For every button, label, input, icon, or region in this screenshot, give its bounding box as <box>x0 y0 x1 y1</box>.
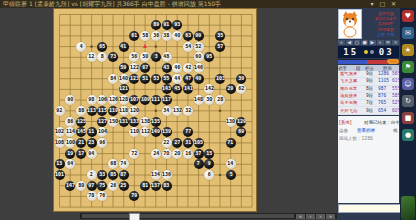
friends-icon[interactable]: ☺ <box>402 78 414 90</box>
replay-tool-2[interactable]: ○ <box>354 40 361 45</box>
white-stone-150: 150 <box>108 117 118 127</box>
white-stone-32: 32 <box>183 106 193 116</box>
black-stone-15: 15 <box>204 149 214 159</box>
white-stone-34: 34 <box>162 106 172 116</box>
black-stone-143: 143 <box>162 84 172 94</box>
white-stone-138: 138 <box>140 117 150 127</box>
slider-nav-0[interactable]: « <box>296 214 305 219</box>
player-row[interactable]: 紫气东来 9段 1286 56% <box>338 71 399 78</box>
player-name: 天外飞仙 <box>340 109 352 112</box>
black-stone-113: 113 <box>87 106 97 116</box>
black-stone-23: 23 <box>87 138 97 148</box>
black-stone-37: 37 <box>194 149 204 159</box>
chat-input[interactable] <box>338 204 408 213</box>
black-stone-103: 103 <box>215 74 225 84</box>
game-panel: 对局信息贴3又3/4子共366手白中盘胜上局 下局 «◀○●▶»≡× 15 <box>337 8 400 220</box>
black-stone-11: 11 <box>87 127 97 137</box>
record-icon[interactable]: ● <box>402 129 414 141</box>
slider-nav-3[interactable]: » <box>326 214 335 219</box>
player-rank: 7段 <box>366 102 372 105</box>
black-stone-131: 131 <box>119 117 129 127</box>
black-stone-85: 85 <box>108 170 118 180</box>
white-stone-70: 70 <box>162 149 172 159</box>
black-stone-31: 31 <box>183 138 193 148</box>
black-stone-47: 47 <box>183 74 193 84</box>
white-stone-12: 12 <box>87 52 97 62</box>
go-board[interactable]: 8991936158363840639935465415452571287356… <box>53 8 257 212</box>
black-stone-83: 83 <box>162 181 172 191</box>
black-stone-71: 71 <box>226 138 236 148</box>
star-icon[interactable]: ★ <box>402 44 414 56</box>
more-button[interactable]: ··· <box>387 59 399 64</box>
white-stone-2: 2 <box>87 170 97 180</box>
chat-line: [系统] 对局已结束：白中盘胜 <box>339 117 398 125</box>
black-player-avatar[interactable] <box>338 9 362 39</box>
black-capture-dot <box>364 50 368 54</box>
clock-panel: 15 03 <box>338 46 399 58</box>
white-stone-88: 88 <box>76 106 86 116</box>
player-rank: 8段 <box>366 87 372 90</box>
player-name: 落子无悔 <box>340 102 352 105</box>
black-stone-75: 75 <box>97 181 107 191</box>
stop-icon[interactable]: ■ <box>402 112 414 124</box>
white-winrate-segment <box>367 60 387 64</box>
black-stone-101: 101 <box>55 170 65 180</box>
chat-line: 点击 查看棋谱 或 进入复盘 <box>339 125 398 133</box>
player-rank: 9段 <box>366 80 372 83</box>
black-winrate-segment <box>338 60 367 64</box>
black-stone-63: 63 <box>183 31 193 41</box>
kifu-slider[interactable]: «‹›» <box>80 213 337 219</box>
white-stone-44: 44 <box>172 74 182 84</box>
white-stone-54: 54 <box>183 42 193 52</box>
chat-line: 观战人数：1286 <box>339 133 398 141</box>
player-rank: 9段 <box>366 73 372 76</box>
white-stone-16: 16 <box>183 149 193 159</box>
white-stone-60: 60 <box>194 52 204 62</box>
white-stone-58: 58 <box>140 31 150 41</box>
white-stone-108: 108 <box>55 138 65 148</box>
black-stone-51: 51 <box>140 74 150 84</box>
win-rate-bar: ··· <box>338 59 399 64</box>
white-stone-94: 94 <box>87 149 97 159</box>
replay-tool-4[interactable]: ▶ <box>369 40 376 45</box>
black-stone-127: 127 <box>97 117 107 127</box>
black-stone-65: 65 <box>97 42 107 52</box>
black-stone-35: 35 <box>215 31 225 41</box>
player-row[interactable]: 黑白无常 8段 987 55% <box>338 86 399 93</box>
white-stone-132: 132 <box>172 106 182 116</box>
white-stone-36: 36 <box>151 31 161 41</box>
player-name: 紫气东来 <box>340 73 352 76</box>
player-row[interactable]: 落子无悔 7段 765 52% <box>338 100 399 107</box>
black-clock: 15 <box>338 47 364 57</box>
black-stone-59: 59 <box>119 63 129 73</box>
player-row[interactable]: 飞天之翼 9段 1105 61% <box>338 78 399 85</box>
black-stone-105: 105 <box>194 138 204 148</box>
slider-track[interactable] <box>82 214 294 218</box>
white-stone-134: 134 <box>151 170 161 180</box>
white-stone-80: 80 <box>76 181 86 191</box>
capture-indicators <box>364 50 374 54</box>
flag-icon[interactable]: ⚑ <box>402 61 414 73</box>
match-info-line: 贴3又3/4子 <box>375 18 396 20</box>
current-move-marker <box>143 44 147 48</box>
slider-handle[interactable] <box>129 213 140 220</box>
player-rate: 60% <box>392 109 399 112</box>
player-name: 飞天之翼 <box>340 80 352 83</box>
black-stone-117: 117 <box>162 95 172 105</box>
slider-nav-2[interactable]: › <box>316 214 325 219</box>
player-score: 1286 <box>378 73 385 76</box>
black-stone-49: 49 <box>194 74 204 84</box>
replay-tool-3[interactable]: ● <box>361 40 368 45</box>
white-stone-22: 22 <box>162 138 172 148</box>
white-stone-24: 24 <box>151 149 161 159</box>
white-stone-38: 38 <box>162 31 172 41</box>
black-stone-13: 13 <box>55 159 65 169</box>
black-stone-7: 7 <box>194 159 204 169</box>
player-row[interactable]: 天外飞仙 9段 654 60% <box>338 107 399 114</box>
replay-tool-0[interactable]: « <box>338 40 345 45</box>
black-stone-21: 21 <box>76 138 86 148</box>
black-stone-97: 97 <box>87 181 97 191</box>
player-rate: 61% <box>392 80 399 83</box>
player-list[interactable]: 棋手段积分胜率 紫气东来 9段 1286 56% 飞天之翼 9段 1105 61… <box>338 65 399 115</box>
player-rate: 52% <box>392 102 399 105</box>
black-stone-99: 99 <box>194 31 204 41</box>
black-stone-137: 137 <box>151 181 161 191</box>
player-rate: 56% <box>392 73 399 76</box>
player-score: 876 <box>378 95 385 98</box>
mascot-image <box>401 196 415 220</box>
black-stone-81: 81 <box>140 181 150 191</box>
player-row[interactable]: 清风徐来 9段 876 58% <box>338 93 399 100</box>
white-stone-48: 48 <box>162 52 172 62</box>
black-stone-57: 57 <box>215 42 225 52</box>
black-stone-89: 89 <box>151 20 161 30</box>
black-stone-139: 139 <box>162 127 172 137</box>
player-score: 987 <box>378 87 385 90</box>
black-stone-119: 119 <box>108 106 118 116</box>
white-stone-118: 118 <box>119 106 129 116</box>
chat-area[interactable]: [系统] 对局已结束：白中盘胜点击 查看棋谱 或 进入复盘观战人数：1286 <box>338 116 399 203</box>
fox-avatar-icon <box>339 10 361 38</box>
white-stone-26: 26 <box>108 181 118 191</box>
black-stone-55: 55 <box>162 74 172 84</box>
white-stone-4: 4 <box>76 42 86 52</box>
black-stone-17: 17 <box>76 149 86 159</box>
player-rank: 9段 <box>366 109 372 112</box>
player-rank: 9段 <box>366 95 372 98</box>
window-controls[interactable]: ▾ □ ✕ <box>370 0 398 8</box>
window-title: 甲级联赛 1 [孟泰龄九段] vs [胡耀宇九段] 共366手 白中盘胜 - 棋… <box>0 0 221 7</box>
white-stone-86: 86 <box>65 117 75 127</box>
match-info-line: 白中盘胜 <box>378 28 394 30</box>
black-stone-53: 53 <box>151 74 161 84</box>
black-stone-135: 135 <box>151 117 161 127</box>
white-stone-74: 74 <box>119 159 129 169</box>
black-stone-87: 87 <box>119 170 129 180</box>
white-stone-92: 92 <box>55 106 65 116</box>
white-clock: 03 <box>374 47 400 57</box>
player-rate: 58% <box>392 95 399 98</box>
black-stone-149: 149 <box>151 127 161 137</box>
black-stone-25: 25 <box>119 181 129 191</box>
white-stone-128: 128 <box>119 95 129 105</box>
black-stone-91: 91 <box>162 20 172 30</box>
match-info-line: 共366手 <box>378 23 394 25</box>
replay-toolbar: «◀○●▶»≡× <box>338 40 399 45</box>
message-icon[interactable]: ✉ <box>402 27 414 39</box>
player-score: 1105 <box>378 80 385 83</box>
player-score: 765 <box>378 102 385 105</box>
white-stone-20: 20 <box>172 149 182 159</box>
black-stone-133: 133 <box>129 117 139 127</box>
white-stone-136: 136 <box>162 170 172 180</box>
black-stone-43: 43 <box>162 63 172 73</box>
white-stone-140: 140 <box>119 74 129 84</box>
player-score: 654 <box>378 109 385 112</box>
white-stone-14: 14 <box>226 159 236 169</box>
replay-tool-5[interactable]: » <box>377 40 384 45</box>
side-toolbar: ♥✉★⚑☺↻■● <box>400 8 416 220</box>
white-stone-42: 42 <box>183 63 193 73</box>
title-bar: 甲级联赛 1 [孟泰龄九段] vs [胡耀宇九段] 共366手 白中盘胜 - 棋… <box>0 0 416 8</box>
black-stone-5: 5 <box>226 170 236 180</box>
white-stone-78: 78 <box>87 191 97 201</box>
white-stone-72: 72 <box>129 149 139 159</box>
match-info-line: 对局信息 <box>378 12 394 14</box>
white-stone-84: 84 <box>108 74 118 84</box>
white-stone-102: 102 <box>55 127 65 137</box>
black-stone-19: 19 <box>65 149 75 159</box>
replay-tool-1[interactable]: ◀ <box>346 40 353 45</box>
player-name: 黑白无常 <box>340 87 352 90</box>
white-stone-148: 148 <box>194 95 204 105</box>
match-info-line[interactable]: 上局 下局 <box>377 33 394 35</box>
black-stone-41: 41 <box>119 42 129 52</box>
black-stone-147: 147 <box>65 181 75 191</box>
refresh-icon[interactable]: ↻ <box>402 95 414 107</box>
white-stone-146: 146 <box>194 63 204 73</box>
black-stone-111: 111 <box>151 95 161 105</box>
app-window: 甲级联赛 1 [孟泰龄九段] vs [胡耀宇九段] 共366手 白中盘胜 - 棋… <box>0 0 416 220</box>
white-stone-52: 52 <box>194 42 204 52</box>
player-name: 清风徐来 <box>340 95 352 98</box>
replay-tool-7[interactable]: × <box>392 40 399 45</box>
replay-tool-6[interactable]: ≡ <box>385 40 392 45</box>
slider-nav-1[interactable]: ‹ <box>306 214 315 219</box>
black-stone-125: 125 <box>76 117 86 127</box>
favorite-icon[interactable]: ♥ <box>402 10 414 22</box>
chat-input-row: ☺ 发送 <box>338 204 399 213</box>
black-stone-129: 129 <box>236 117 246 127</box>
white-stone-98: 98 <box>87 95 97 105</box>
player-rate: 55% <box>392 87 399 90</box>
white-stone-130: 130 <box>226 117 236 127</box>
